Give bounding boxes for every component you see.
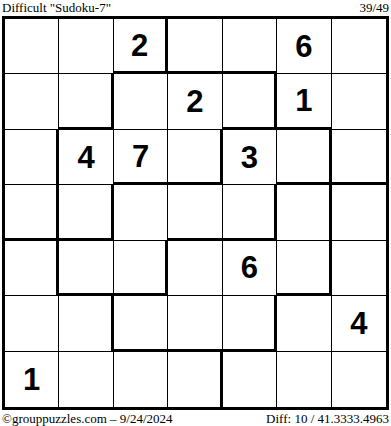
cell-r2c4[interactable]: 2	[168, 74, 222, 129]
cell-r3c6[interactable]	[277, 130, 331, 185]
cell-r5c3[interactable]	[114, 241, 168, 296]
cell-r1c5[interactable]	[223, 19, 277, 74]
cell-r7c6[interactable]	[277, 352, 331, 407]
cell-r5c4[interactable]	[168, 241, 222, 296]
cell-r3c3[interactable]: 7	[114, 130, 168, 185]
cell-r1c1[interactable]	[5, 19, 59, 74]
puzzle-title: Difficult "Sudoku-7"	[2, 1, 111, 15]
given-digit: 2	[186, 86, 203, 117]
cell-r5c2[interactable]	[59, 241, 113, 296]
cell-r4c5[interactable]	[223, 185, 277, 240]
copyright-date: ©grouppuzzles.com – 9/24/2024	[2, 411, 173, 426]
cell-r3c1[interactable]	[5, 130, 59, 185]
cell-r6c5[interactable]	[223, 296, 277, 351]
given-digit: 6	[295, 31, 312, 62]
cell-r3c7[interactable]	[332, 130, 386, 185]
cell-r1c7[interactable]	[332, 19, 386, 74]
footer: ©grouppuzzles.com – 9/24/2024 Diff: 10 /…	[0, 410, 391, 426]
given-digit: 4	[350, 308, 367, 339]
cell-r4c6[interactable]	[277, 185, 331, 240]
cell-r7c5[interactable]	[223, 352, 277, 407]
cell-r4c2[interactable]	[59, 185, 113, 240]
cell-r7c1[interactable]: 1	[5, 352, 59, 407]
cell-r6c4[interactable]	[168, 296, 222, 351]
cell-r6c7[interactable]: 4	[332, 296, 386, 351]
cell-r4c3[interactable]	[114, 185, 168, 240]
cell-r6c6[interactable]	[277, 296, 331, 351]
cell-r2c5[interactable]	[223, 74, 277, 129]
cell-r7c4[interactable]	[168, 352, 222, 407]
cell-r3c5[interactable]: 3	[223, 130, 277, 185]
cell-r3c4[interactable]	[168, 130, 222, 185]
cell-r5c1[interactable]	[5, 241, 59, 296]
cell-r2c6[interactable]: 1	[277, 74, 331, 129]
cell-r4c7[interactable]	[332, 185, 386, 240]
cell-r5c7[interactable]	[332, 241, 386, 296]
cell-r2c3[interactable]	[114, 74, 168, 129]
given-digit: 7	[132, 141, 149, 172]
cell-r7c7[interactable]	[332, 352, 386, 407]
cell-r6c2[interactable]	[59, 296, 113, 351]
given-digit: 3	[241, 142, 258, 173]
cell-r3c2[interactable]: 4	[59, 130, 113, 185]
given-digit: 1	[295, 85, 312, 116]
cell-r1c6[interactable]: 6	[277, 19, 331, 74]
given-digit: 4	[78, 142, 95, 173]
cell-r1c4[interactable]	[168, 19, 222, 74]
cell-r4c1[interactable]	[5, 185, 59, 240]
cell-r5c6[interactable]	[277, 241, 331, 296]
sudoku-board: 2621473641	[2, 16, 389, 410]
cell-r2c2[interactable]	[59, 74, 113, 129]
cell-r6c1[interactable]	[5, 296, 59, 351]
cell-r4c4[interactable]	[168, 185, 222, 240]
given-digit: 6	[241, 252, 258, 283]
puzzle-page: Difficult "Sudoku-7" 39/49 2621473641 ©g…	[0, 0, 391, 426]
header: Difficult "Sudoku-7" 39/49	[0, 0, 391, 16]
cell-r7c2[interactable]	[59, 352, 113, 407]
empty-cells-counter: 39/49	[359, 1, 389, 15]
cell-r1c3[interactable]: 2	[114, 19, 168, 74]
cell-r7c3[interactable]	[114, 352, 168, 407]
given-digit: 1	[23, 364, 40, 395]
cell-r6c3[interactable]	[114, 296, 168, 351]
cell-r5c5[interactable]: 6	[223, 241, 277, 296]
cell-r1c2[interactable]	[59, 19, 113, 74]
given-digit: 2	[131, 30, 148, 61]
cell-r2c7[interactable]	[332, 74, 386, 129]
cell-r2c1[interactable]	[5, 74, 59, 129]
difficulty-rating: Diff: 10 / 41.3333.4963	[266, 411, 389, 426]
